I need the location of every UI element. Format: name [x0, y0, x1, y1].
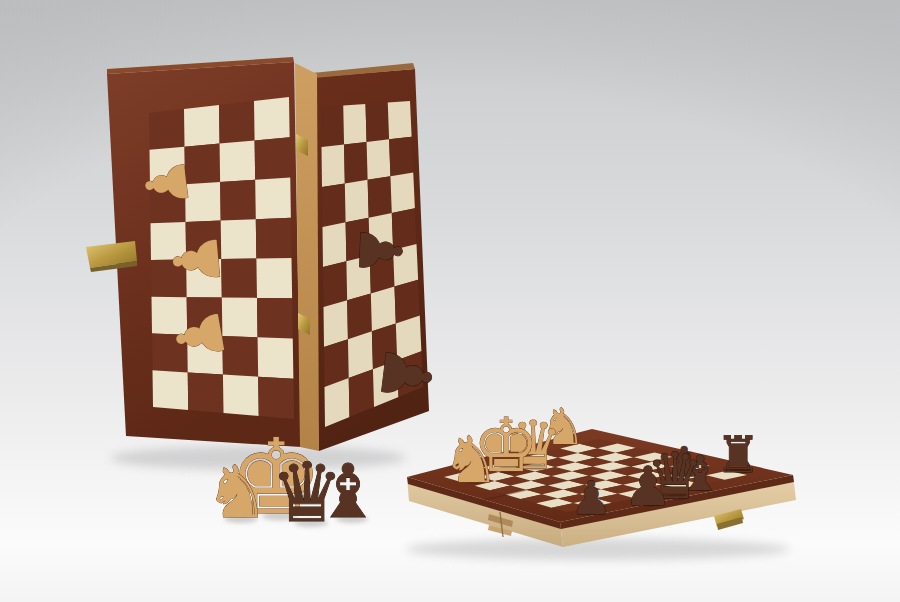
board-square: [184, 105, 220, 147]
board-square: [368, 176, 392, 218]
board-square: [388, 101, 412, 139]
board-square: [347, 293, 372, 339]
board-square: [371, 287, 396, 332]
board-square: [323, 222, 347, 267]
board-square: [389, 137, 413, 176]
chess-piece-black-rook: ♜: [716, 426, 761, 484]
chess-piece-white-pawn: ♟: [131, 155, 202, 213]
board-square: [220, 140, 256, 182]
board-square: [256, 258, 292, 298]
board-square: [322, 144, 345, 187]
board-square: [255, 137, 291, 180]
chess-set-scene: ♟♟♟♟♟ ♞♛♚♜♟♞♝♛♟♟ ♚♝♞♛: [0, 0, 900, 602]
board-square: [153, 370, 189, 410]
flat-board-shadow: [406, 538, 790, 560]
chess-piece-white-knight: ♞: [442, 423, 499, 497]
board-square: [324, 300, 348, 347]
board-square: [344, 142, 368, 184]
chess-piece-white-knight: ♞: [205, 450, 270, 534]
board-square: [254, 97, 290, 140]
board-square: [149, 109, 185, 150]
board-square: [255, 178, 291, 220]
board-square: [258, 377, 294, 419]
chess-piece-black-pawn: ♟: [345, 224, 415, 278]
board-square: [258, 337, 294, 379]
board-square: [345, 180, 369, 223]
board-square: [343, 104, 366, 144]
board-square: [322, 183, 346, 227]
board-square: [219, 101, 255, 144]
board-square: [321, 106, 344, 148]
board-square: [323, 261, 347, 307]
product-photo: ♟♟♟♟♟ ♞♛♚♜♟♞♝♛♟♟ ♚♝♞♛: [0, 0, 900, 602]
board-square: [390, 173, 414, 213]
chess-piece-black-pawn: ♟: [365, 341, 449, 409]
chess-piece-black-pawn: ♟: [570, 471, 611, 525]
board-square: [223, 375, 259, 417]
board-square: [256, 218, 292, 259]
board-square: [257, 298, 293, 339]
chess-piece-white-pawn: ♟: [158, 229, 236, 291]
chess-piece-black-queen: ♛: [270, 445, 344, 540]
board-square: [188, 372, 224, 413]
chess-piece-black-pawn: ♟: [624, 455, 672, 518]
board-square: [366, 103, 390, 142]
board-square: [220, 180, 256, 221]
board-square: [367, 139, 391, 179]
